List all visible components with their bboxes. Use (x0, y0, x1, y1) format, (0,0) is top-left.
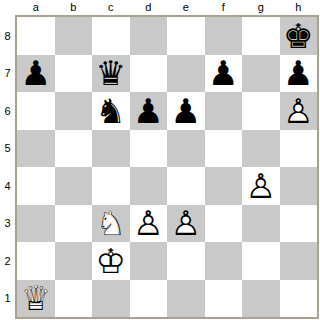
square-g6[interactable] (242, 92, 280, 130)
piece-white-king[interactable]: ♚♔ (96, 244, 126, 278)
piece-white-pawn[interactable]: ♟♙ (283, 94, 313, 128)
square-c1[interactable] (92, 280, 130, 318)
square-b2[interactable] (55, 242, 93, 280)
square-g7[interactable] (242, 55, 280, 93)
square-c8[interactable] (92, 17, 130, 55)
square-e1[interactable] (167, 280, 205, 318)
square-e4[interactable] (167, 167, 205, 205)
rank-label-4: 4 (0, 167, 15, 205)
rank-label-7: 7 (0, 55, 15, 93)
square-b8[interactable] (55, 17, 93, 55)
piece-black-pawn[interactable]: ♟ (283, 56, 313, 90)
square-b3[interactable] (55, 205, 93, 243)
white-king-glyph: ♔ (96, 241, 126, 281)
square-a7[interactable]: ♟ (17, 55, 55, 93)
square-b4[interactable] (55, 167, 93, 205)
square-g5[interactable] (242, 130, 280, 168)
square-f8[interactable] (205, 17, 243, 55)
square-f2[interactable] (205, 242, 243, 280)
file-label-g: g (242, 0, 280, 15)
file-label-d: d (130, 0, 168, 15)
piece-white-pawn[interactable]: ♟♙ (171, 206, 201, 240)
square-d4[interactable] (130, 167, 168, 205)
square-d6[interactable]: ♟ (130, 92, 168, 130)
square-g3[interactable] (242, 205, 280, 243)
square-h8[interactable]: ♚ (280, 17, 318, 55)
square-h2[interactable] (280, 242, 318, 280)
square-c4[interactable] (92, 167, 130, 205)
square-c3[interactable]: ♞♘ (92, 205, 130, 243)
square-a6[interactable] (17, 92, 55, 130)
square-d3[interactable]: ♟♙ (130, 205, 168, 243)
square-c7[interactable]: ♛ (92, 55, 130, 93)
square-h3[interactable] (280, 205, 318, 243)
file-label-c: c (92, 0, 130, 15)
board: ♚♟♛♟♟♞♟♟♟♙♟♙♞♘♟♙♟♙♚♔♛♕ (15, 15, 319, 319)
white-pawn-glyph: ♙ (246, 166, 276, 206)
rank-label-5: 5 (0, 130, 15, 168)
square-d2[interactable] (130, 242, 168, 280)
square-e5[interactable] (167, 130, 205, 168)
square-b7[interactable] (55, 55, 93, 93)
square-e3[interactable]: ♟♙ (167, 205, 205, 243)
square-d5[interactable] (130, 130, 168, 168)
square-g4[interactable]: ♟♙ (242, 167, 280, 205)
square-f7[interactable]: ♟ (205, 55, 243, 93)
rank-label-8: 8 (0, 17, 15, 55)
square-f3[interactable] (205, 205, 243, 243)
square-a2[interactable] (17, 242, 55, 280)
square-e8[interactable] (167, 17, 205, 55)
white-knight-glyph: ♘ (96, 203, 126, 243)
square-a8[interactable] (17, 17, 55, 55)
rank-label-1: 1 (0, 280, 15, 318)
white-pawn-glyph: ♙ (133, 203, 163, 243)
square-a4[interactable] (17, 167, 55, 205)
square-a1[interactable]: ♛♕ (17, 280, 55, 318)
square-g8[interactable] (242, 17, 280, 55)
square-b6[interactable] (55, 92, 93, 130)
square-d8[interactable] (130, 17, 168, 55)
piece-black-pawn[interactable]: ♟ (171, 94, 201, 128)
file-label-b: b (55, 0, 93, 15)
square-g1[interactable] (242, 280, 280, 318)
square-h1[interactable] (280, 280, 318, 318)
square-c5[interactable] (92, 130, 130, 168)
square-b5[interactable] (55, 130, 93, 168)
square-a3[interactable] (17, 205, 55, 243)
square-e2[interactable] (167, 242, 205, 280)
square-h7[interactable]: ♟ (280, 55, 318, 93)
square-a5[interactable] (17, 130, 55, 168)
square-d7[interactable] (130, 55, 168, 93)
rank-label-3: 3 (0, 205, 15, 243)
piece-black-pawn[interactable]: ♟ (208, 56, 238, 90)
square-f5[interactable] (205, 130, 243, 168)
white-pawn-glyph: ♙ (171, 203, 201, 243)
rank-labels: 8 7 6 5 4 3 2 1 (0, 17, 15, 317)
chess-diagram: a b c d e f g h 8 7 6 5 4 3 2 1 ♚♟♛♟♟♞♟♟… (0, 0, 320, 320)
piece-black-pawn[interactable]: ♟ (133, 94, 163, 128)
piece-black-knight[interactable]: ♞ (96, 94, 126, 128)
piece-black-queen[interactable]: ♛ (96, 56, 126, 90)
square-c6[interactable]: ♞ (92, 92, 130, 130)
piece-white-queen[interactable]: ♛♕ (21, 281, 51, 315)
piece-white-pawn[interactable]: ♟♙ (246, 169, 276, 203)
square-b1[interactable] (55, 280, 93, 318)
square-h5[interactable] (280, 130, 318, 168)
file-label-h: h (280, 0, 318, 15)
rank-label-6: 6 (0, 92, 15, 130)
square-e6[interactable]: ♟ (167, 92, 205, 130)
square-e7[interactable] (167, 55, 205, 93)
file-label-e: e (167, 0, 205, 15)
square-c2[interactable]: ♚♔ (92, 242, 130, 280)
square-f6[interactable] (205, 92, 243, 130)
white-queen-glyph: ♕ (21, 278, 51, 318)
piece-white-knight[interactable]: ♞♘ (96, 206, 126, 240)
square-h4[interactable] (280, 167, 318, 205)
file-label-a: a (17, 0, 55, 15)
square-g2[interactable] (242, 242, 280, 280)
piece-white-pawn[interactable]: ♟♙ (133, 206, 163, 240)
piece-black-pawn[interactable]: ♟ (21, 56, 51, 90)
square-d1[interactable] (130, 280, 168, 318)
square-f4[interactable] (205, 167, 243, 205)
white-pawn-glyph: ♙ (283, 91, 313, 131)
piece-black-king[interactable]: ♚ (283, 19, 313, 53)
rank-label-2: 2 (0, 242, 15, 280)
square-h6[interactable]: ♟♙ (280, 92, 318, 130)
square-f1[interactable] (205, 280, 243, 318)
file-labels: a b c d e f g h (17, 0, 317, 15)
file-label-f: f (205, 0, 243, 15)
